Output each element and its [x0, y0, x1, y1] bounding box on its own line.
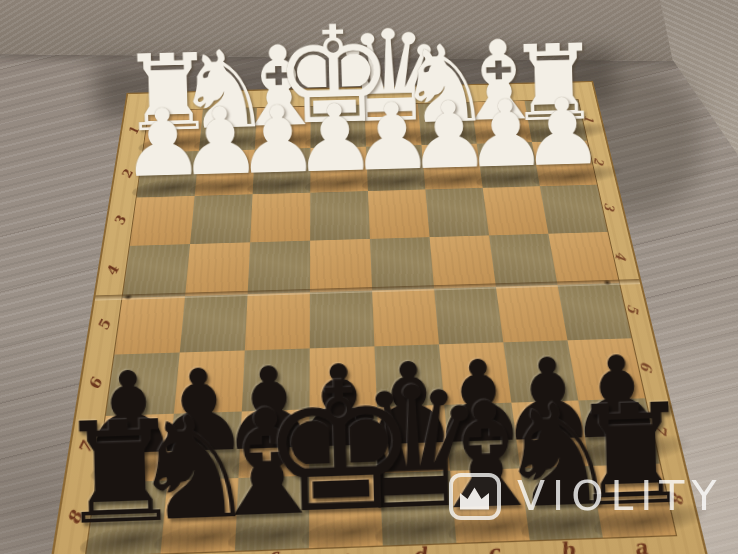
- watermark-text: VIOLITY: [517, 472, 723, 520]
- violity-watermark: VIOLITY: [449, 467, 723, 525]
- square-d2: [366, 145, 425, 191]
- square-b1: [471, 101, 532, 144]
- crown-icon: [449, 473, 501, 520]
- square-f2: [253, 148, 311, 194]
- square-e4: [310, 239, 372, 293]
- square-g2: [195, 150, 255, 196]
- square-f4: [248, 241, 311, 295]
- square-c2: [421, 144, 482, 190]
- square-b3: [483, 186, 549, 235]
- square-e3: [310, 191, 370, 241]
- square-g3: [190, 194, 253, 244]
- square-e1: [311, 105, 367, 148]
- square-c1: [418, 102, 477, 145]
- piece-glyph: ♚: [258, 361, 421, 534]
- square-c3: [425, 188, 489, 237]
- square-c4: [430, 235, 496, 288]
- square-f1: [255, 107, 311, 150]
- square-g1: [199, 108, 257, 151]
- crown-glyph: [460, 487, 489, 510]
- square-e2: [310, 147, 368, 193]
- square-d4: [370, 237, 434, 290]
- square-b2: [477, 142, 540, 188]
- square-d1: [364, 104, 421, 147]
- square-b4: [489, 234, 558, 287]
- photo-scene: 12345678 12345678 hgfedcba ♜♞♝♚♛♞♝♜♟♟♟♟♟…: [0, 0, 738, 554]
- square-d3: [368, 189, 430, 238]
- square-f3: [250, 193, 310, 243]
- piece-glyph: ♜: [55, 404, 184, 541]
